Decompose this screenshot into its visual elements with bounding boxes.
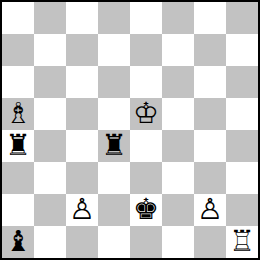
square-b1[interactable] — [34, 226, 66, 258]
square-f4[interactable] — [162, 130, 194, 162]
square-h7[interactable] — [226, 34, 258, 66]
square-h8[interactable] — [226, 2, 258, 34]
square-c8[interactable] — [66, 2, 98, 34]
square-f2[interactable] — [162, 194, 194, 226]
square-f8[interactable] — [162, 2, 194, 34]
square-a3[interactable] — [2, 162, 34, 194]
square-g4[interactable] — [194, 130, 226, 162]
square-c5[interactable] — [66, 98, 98, 130]
square-d4[interactable]: ♜ — [98, 130, 130, 162]
square-a4[interactable]: ♜ — [2, 130, 34, 162]
square-a1[interactable]: ♝ — [2, 226, 34, 258]
black-rook-piece: ♜ — [101, 130, 127, 161]
square-g5[interactable] — [194, 98, 226, 130]
square-a2[interactable] — [2, 194, 34, 226]
square-b5[interactable] — [34, 98, 66, 130]
black-king-piece: ♚ — [133, 194, 159, 225]
square-h4[interactable] — [226, 130, 258, 162]
square-d7[interactable] — [98, 34, 130, 66]
square-c3[interactable] — [66, 162, 98, 194]
white-bishop-piece: ♗ — [5, 98, 31, 129]
square-c4[interactable] — [66, 130, 98, 162]
square-c1[interactable] — [66, 226, 98, 258]
square-h6[interactable] — [226, 66, 258, 98]
square-b4[interactable] — [34, 130, 66, 162]
square-e1[interactable] — [130, 226, 162, 258]
square-a7[interactable] — [2, 34, 34, 66]
square-a8[interactable] — [2, 2, 34, 34]
white-king-piece: ♔ — [133, 98, 159, 129]
square-c2[interactable]: ♙ — [66, 194, 98, 226]
square-a6[interactable] — [2, 66, 34, 98]
square-e4[interactable] — [130, 130, 162, 162]
chess-board: ♗♔♜♜♙♚♙♝♖ — [2, 2, 258, 258]
square-h5[interactable] — [226, 98, 258, 130]
square-b7[interactable] — [34, 34, 66, 66]
white-pawn-piece: ♙ — [197, 194, 223, 225]
square-b6[interactable] — [34, 66, 66, 98]
square-d2[interactable] — [98, 194, 130, 226]
square-a5[interactable]: ♗ — [2, 98, 34, 130]
square-b8[interactable] — [34, 2, 66, 34]
square-d3[interactable] — [98, 162, 130, 194]
square-h1[interactable]: ♖ — [226, 226, 258, 258]
square-e7[interactable] — [130, 34, 162, 66]
square-g6[interactable] — [194, 66, 226, 98]
square-e3[interactable] — [130, 162, 162, 194]
square-f3[interactable] — [162, 162, 194, 194]
square-g2[interactable]: ♙ — [194, 194, 226, 226]
black-rook-piece: ♜ — [5, 130, 31, 161]
white-pawn-piece: ♙ — [69, 194, 95, 225]
square-g1[interactable] — [194, 226, 226, 258]
square-d1[interactable] — [98, 226, 130, 258]
square-e6[interactable] — [130, 66, 162, 98]
square-f5[interactable] — [162, 98, 194, 130]
square-g7[interactable] — [194, 34, 226, 66]
square-b2[interactable] — [34, 194, 66, 226]
square-c7[interactable] — [66, 34, 98, 66]
square-d6[interactable] — [98, 66, 130, 98]
square-h3[interactable] — [226, 162, 258, 194]
chess-board-frame: ♗♔♜♜♙♚♙♝♖ — [0, 0, 260, 260]
square-b3[interactable] — [34, 162, 66, 194]
square-f7[interactable] — [162, 34, 194, 66]
square-d5[interactable] — [98, 98, 130, 130]
square-g8[interactable] — [194, 2, 226, 34]
square-e2[interactable]: ♚ — [130, 194, 162, 226]
square-e8[interactable] — [130, 2, 162, 34]
square-c6[interactable] — [66, 66, 98, 98]
square-e5[interactable]: ♔ — [130, 98, 162, 130]
white-rook-piece: ♖ — [229, 226, 255, 257]
square-d8[interactable] — [98, 2, 130, 34]
square-f6[interactable] — [162, 66, 194, 98]
square-g3[interactable] — [194, 162, 226, 194]
square-h2[interactable] — [226, 194, 258, 226]
square-f1[interactable] — [162, 226, 194, 258]
black-bishop-piece: ♝ — [5, 226, 31, 257]
